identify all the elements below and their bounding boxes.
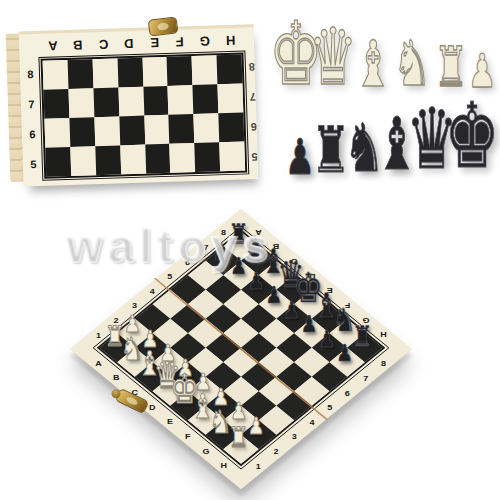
box-rank-label-mirrored: 5 xyxy=(249,142,258,172)
black-king-icon: ♚ xyxy=(444,91,500,181)
box-square xyxy=(193,84,219,114)
board-rank-label: 3 xyxy=(286,426,302,447)
box-square xyxy=(67,59,93,89)
box-square xyxy=(44,89,70,119)
box-square xyxy=(143,86,169,116)
box-square xyxy=(194,113,220,143)
box-file-label: B xyxy=(65,37,91,53)
black-pawn-icon: ♟ xyxy=(301,312,318,335)
box-file-label: E xyxy=(141,35,167,51)
white-knight-icon: ♞ xyxy=(393,33,432,95)
box-square xyxy=(118,87,144,117)
box-rank-label-mirrored: 7 xyxy=(247,82,256,112)
box-square xyxy=(195,142,221,172)
box-square xyxy=(192,55,218,85)
box-square xyxy=(68,88,94,118)
box-rank-label-mirrored: 6 xyxy=(248,112,257,142)
black-pawn-icon: ♟ xyxy=(336,341,353,364)
box-rank-labels-right: 8765 xyxy=(246,52,258,172)
box-square xyxy=(93,87,119,117)
box-square xyxy=(168,85,194,115)
board-file-label: H xyxy=(211,459,236,472)
box-square xyxy=(95,145,121,175)
box-square xyxy=(120,145,146,175)
box-square xyxy=(69,117,95,147)
black-pawn-icon: ♟ xyxy=(283,298,300,321)
box-square xyxy=(92,58,118,88)
board-file-label: E xyxy=(157,415,182,428)
black-pawn-icon: ♟ xyxy=(265,283,282,306)
box-square xyxy=(94,116,120,146)
black-pawn-icon: ♟ xyxy=(247,269,264,292)
box-file-label: A xyxy=(40,38,66,54)
board-rank-label: 1 xyxy=(250,455,266,476)
board-rank-label: 4 xyxy=(144,280,160,301)
box-rank-label: 8 xyxy=(20,59,42,90)
box-square xyxy=(167,56,193,86)
black-pawn-icon: ♟ xyxy=(318,327,335,350)
box-square xyxy=(169,114,195,144)
board-pieces-layer: ♜♞♝♛♚♝♞♜♟♟♟♟♟♟♟♟♟♟♟♟♟♟♟♟♜♞♝♛♚♝♞♜ xyxy=(100,232,383,464)
box-square xyxy=(145,144,171,174)
box-square xyxy=(44,118,70,148)
box-file-label: F xyxy=(167,34,193,50)
board-rank-label: 2 xyxy=(268,441,284,462)
box-file-label: C xyxy=(91,36,117,52)
open-chess-board: ABCDEFGH ABCDEFGH 87654321 87654321 ♜♞♝♛… xyxy=(70,209,412,490)
box-file-label: G xyxy=(192,33,218,49)
black-rook-icon: ♜ xyxy=(351,322,372,350)
box-square xyxy=(45,147,71,177)
white-bishop-icon: ♝ xyxy=(353,32,392,96)
box-square xyxy=(117,58,143,88)
box-square xyxy=(70,146,96,176)
box-rank-label: 5 xyxy=(22,149,44,180)
box-square xyxy=(170,143,196,173)
black-pawn-icon: ♟ xyxy=(230,254,247,277)
box-square xyxy=(144,115,170,145)
box-rank-label: 6 xyxy=(21,119,43,150)
board-file-label: A xyxy=(86,357,111,370)
box-square xyxy=(142,57,168,87)
white-queen-icon: ♛ xyxy=(309,19,357,97)
board-rank-label: 7 xyxy=(198,237,214,258)
box-file-label: H xyxy=(217,32,243,48)
board-rank-label: 5 xyxy=(322,397,338,418)
board-file-label: H xyxy=(371,328,396,341)
box-square xyxy=(217,55,243,85)
product-photo-chess-set: ABCDEFGH 8765 8765 ♚♛♝♞♜♟ ♟♜♞♝♛♚ ABCDEFG… xyxy=(0,0,500,500)
board-rank-label: 6 xyxy=(180,251,196,272)
brass-clasp-icon xyxy=(148,16,179,36)
box-square xyxy=(43,60,69,90)
box-lid: ABCDEFGH 8765 8765 xyxy=(19,24,259,186)
white-pawn-icon: ♟ xyxy=(230,399,247,422)
box-checkerboard xyxy=(41,52,248,178)
board-file-label: F xyxy=(175,430,200,443)
board-rank-label: 5 xyxy=(162,266,178,287)
box-square xyxy=(218,84,244,114)
board-rank-label: 8 xyxy=(375,353,391,374)
white-pawn-icon: ♟ xyxy=(247,414,264,437)
box-rank-label: 7 xyxy=(20,89,42,120)
board-file-label: B xyxy=(104,371,129,384)
box-square xyxy=(218,113,244,143)
board-rank-label: 6 xyxy=(340,382,356,403)
box-file-label: D xyxy=(116,36,142,52)
box-square xyxy=(219,141,245,171)
board-rank-label: 7 xyxy=(358,368,374,389)
box-square xyxy=(119,116,145,146)
closed-chess-box: ABCDEFGH 8765 8765 xyxy=(6,24,259,184)
black-pawn-icon: ♟ xyxy=(212,240,229,263)
box-rank-label-mirrored: 8 xyxy=(246,52,255,82)
white-rook-icon: ♜ xyxy=(228,423,249,451)
board-file-label: G xyxy=(193,445,218,458)
board-rank-label: 4 xyxy=(304,411,320,432)
